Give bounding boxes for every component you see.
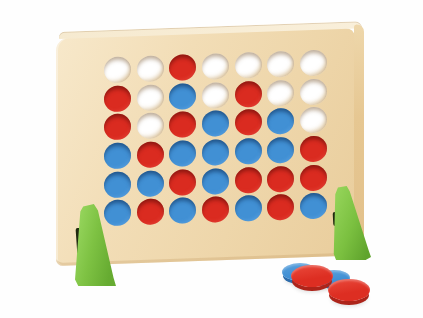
- cell-r4c1-blue[interactable]: [104, 142, 131, 169]
- cell-r5c2-blue[interactable]: [137, 170, 164, 197]
- board-grid: [101, 48, 330, 228]
- cell-r1c6-empty[interactable]: [267, 51, 294, 78]
- cell-r5c5-red[interactable]: [235, 166, 262, 193]
- cell-r6c3-blue[interactable]: [169, 197, 196, 224]
- cell-r4c3-blue[interactable]: [169, 140, 196, 167]
- cell-r2c6-empty[interactable]: [267, 80, 294, 107]
- cell-r2c3-blue[interactable]: [169, 83, 196, 110]
- cell-r2c4-empty[interactable]: [202, 82, 229, 109]
- cell-r3c6-blue[interactable]: [267, 108, 294, 135]
- cell-r1c7-empty[interactable]: [300, 50, 327, 77]
- cell-r5c3-red[interactable]: [169, 169, 196, 196]
- cell-r4c5-blue[interactable]: [235, 138, 262, 165]
- cell-r6c7-blue[interactable]: [300, 193, 327, 220]
- cell-r3c5-red[interactable]: [235, 109, 262, 136]
- cell-r2c5-red[interactable]: [235, 81, 262, 108]
- cell-r4c2-red[interactable]: [137, 141, 164, 168]
- cell-r5c1-blue[interactable]: [104, 171, 131, 198]
- cell-r6c2-red[interactable]: [137, 199, 164, 226]
- cell-r6c5-blue[interactable]: [235, 195, 262, 222]
- cell-r2c1-red[interactable]: [104, 85, 131, 112]
- cell-r5c7-red[interactable]: [300, 164, 327, 191]
- cell-r6c6-red[interactable]: [267, 194, 294, 221]
- cell-r5c6-red[interactable]: [267, 165, 294, 192]
- cell-r4c7-red[interactable]: [300, 136, 327, 163]
- cell-r5c4-blue[interactable]: [202, 168, 229, 195]
- product-scene: [0, 0, 423, 318]
- cell-r3c1-red[interactable]: [104, 114, 131, 141]
- cell-r6c4-red[interactable]: [202, 196, 229, 223]
- cell-r4c4-blue[interactable]: [202, 139, 229, 166]
- cell-r3c4-blue[interactable]: [202, 110, 229, 137]
- loose-disc-2-red[interactable]: [291, 265, 333, 287]
- cell-r1c4-empty[interactable]: [202, 53, 229, 80]
- cell-r2c2-empty[interactable]: [137, 84, 164, 111]
- cell-r1c3-red[interactable]: [169, 54, 196, 81]
- loose-disc-4-red[interactable]: [328, 279, 370, 301]
- cell-r3c2-empty[interactable]: [137, 113, 164, 140]
- cell-r3c7-empty[interactable]: [300, 107, 327, 134]
- board-top-edge: [59, 21, 362, 39]
- cell-r2c7-empty[interactable]: [300, 78, 327, 105]
- cell-r1c1-empty[interactable]: [104, 57, 131, 84]
- cell-r6c1-blue[interactable]: [104, 200, 131, 227]
- cell-r4c6-blue[interactable]: [267, 137, 294, 164]
- cell-r1c2-empty[interactable]: [137, 56, 164, 83]
- cell-r1c5-empty[interactable]: [235, 52, 262, 79]
- cell-r3c3-red[interactable]: [169, 112, 196, 139]
